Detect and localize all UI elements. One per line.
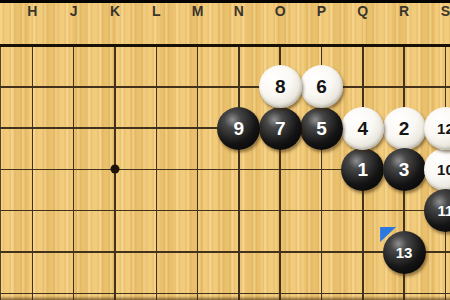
stone-black-R16[interactable]: 3 — [383, 148, 426, 191]
stone-black-Q16[interactable]: 1 — [341, 148, 384, 191]
go-board[interactable]: HJKLMNOPQRS 12345678910111213 — [0, 0, 450, 300]
move-number: 5 — [316, 119, 327, 138]
column-label-O: O — [275, 3, 286, 19]
column-label-J: J — [70, 3, 78, 19]
move-number: 6 — [316, 77, 327, 96]
grid-vertical-line-J — [73, 47, 75, 300]
stone-black-S15[interactable]: 11 — [424, 189, 450, 232]
stone-white-O18[interactable]: 8 — [259, 65, 302, 108]
column-label-Q: Q — [357, 3, 368, 19]
column-label-H: H — [27, 3, 37, 19]
grid-horizontal-line-13 — [0, 293, 450, 295]
move-number: 3 — [399, 160, 410, 179]
move-number: 1 — [358, 160, 369, 179]
grid-vertical-line-N — [238, 47, 240, 300]
stone-white-S17[interactable]: 12 — [424, 107, 450, 150]
grid-vertical-line-H — [32, 47, 34, 300]
stone-white-R17[interactable]: 2 — [383, 107, 426, 150]
move-number: 8 — [275, 77, 286, 96]
move-number: 11 — [437, 203, 450, 218]
grid-vertical-line-edge — [0, 47, 1, 300]
move-number: 13 — [396, 245, 413, 260]
column-label-L: L — [152, 3, 161, 19]
top-toolbar-edge — [0, 0, 450, 3]
stone-black-O17[interactable]: 7 — [259, 107, 302, 150]
move-number: 4 — [358, 119, 369, 138]
column-label-M: M — [192, 3, 204, 19]
move-number: 10 — [437, 162, 450, 177]
stone-white-P18[interactable]: 6 — [300, 65, 343, 108]
stone-white-S16[interactable]: 10 — [424, 148, 450, 191]
grid-horizontal-line-15 — [0, 210, 450, 212]
stone-white-Q17[interactable]: 4 — [341, 107, 384, 150]
grid-horizontal-line-18 — [0, 86, 450, 88]
move-number: 7 — [275, 119, 286, 138]
stone-black-N17[interactable]: 9 — [217, 107, 260, 150]
stone-black-P17[interactable]: 5 — [300, 107, 343, 150]
stone-black-R14[interactable]: 13 — [383, 231, 426, 274]
column-label-P: P — [317, 3, 326, 19]
column-label-N: N — [234, 3, 244, 19]
move-number: 2 — [399, 119, 410, 138]
grid-vertical-line-L — [156, 47, 158, 300]
star-point-K16 — [111, 165, 120, 174]
column-label-K: K — [110, 3, 120, 19]
column-label-R: R — [399, 3, 409, 19]
column-label-S: S — [441, 3, 450, 19]
grid-vertical-line-M — [197, 47, 199, 300]
bottom-edge-shadow — [0, 296, 450, 300]
board-top-edge-line — [0, 44, 450, 47]
move-number: 9 — [234, 119, 245, 138]
move-number: 12 — [437, 121, 450, 136]
